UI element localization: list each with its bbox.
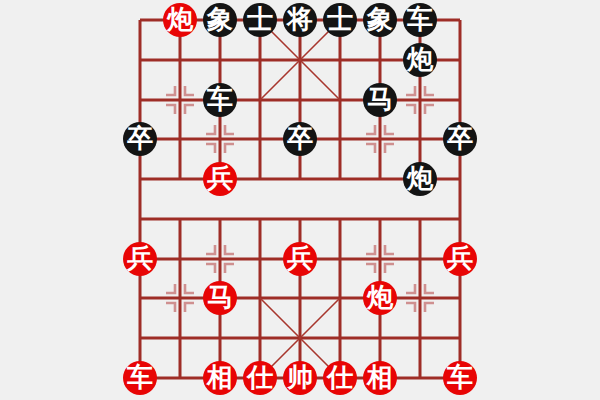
piece-red-soldier[interactable]: 兵 <box>123 242 157 276</box>
point-marker <box>206 125 215 134</box>
point-marker <box>225 144 234 153</box>
piece-black-general[interactable]: 将 <box>283 3 317 37</box>
piece-black-chariot[interactable]: 车 <box>203 83 237 117</box>
piece-red-cannon[interactable]: 炮 <box>363 281 397 315</box>
point-marker <box>206 144 215 153</box>
point-marker <box>166 86 175 95</box>
piece-black-soldier[interactable]: 卒 <box>443 122 477 156</box>
point-marker <box>185 105 194 114</box>
point-marker <box>166 105 175 114</box>
piece-red-soldier[interactable]: 兵 <box>203 162 237 196</box>
piece-black-advisor[interactable]: 士 <box>323 3 357 37</box>
point-marker <box>166 284 175 293</box>
board-grid <box>0 0 600 400</box>
piece-red-soldier[interactable]: 兵 <box>283 242 317 276</box>
point-marker <box>166 303 175 312</box>
piece-black-soldier[interactable]: 卒 <box>283 122 317 156</box>
xiangqi-board[interactable]: 炮象士将士象车炮车马卒卒卒兵炮兵兵兵马炮车相仕帅仕相车 <box>0 0 600 400</box>
point-marker <box>406 86 415 95</box>
piece-red-cannon[interactable]: 炮 <box>163 3 197 37</box>
piece-black-horse[interactable]: 马 <box>363 83 397 117</box>
piece-black-chariot[interactable]: 车 <box>403 3 437 37</box>
point-marker <box>366 264 375 273</box>
point-marker <box>406 303 415 312</box>
point-marker <box>385 245 394 254</box>
point-marker <box>425 86 434 95</box>
point-marker <box>185 284 194 293</box>
point-marker <box>425 105 434 114</box>
point-marker <box>406 105 415 114</box>
piece-black-soldier[interactable]: 卒 <box>123 122 157 156</box>
point-marker <box>206 264 215 273</box>
piece-red-chariot[interactable]: 车 <box>443 361 477 395</box>
piece-red-general[interactable]: 帅 <box>283 361 317 395</box>
point-marker <box>185 303 194 312</box>
piece-red-elephant[interactable]: 相 <box>203 361 237 395</box>
point-marker <box>425 284 434 293</box>
piece-red-soldier[interactable]: 兵 <box>443 242 477 276</box>
point-marker <box>206 245 215 254</box>
piece-black-cannon[interactable]: 炮 <box>403 43 437 77</box>
point-marker <box>185 86 194 95</box>
point-marker <box>366 125 375 134</box>
piece-black-cannon[interactable]: 炮 <box>403 162 437 196</box>
point-marker <box>385 125 394 134</box>
piece-red-advisor[interactable]: 仕 <box>323 361 357 395</box>
point-marker <box>366 144 375 153</box>
piece-red-chariot[interactable]: 车 <box>123 361 157 395</box>
point-marker <box>425 303 434 312</box>
point-marker <box>406 284 415 293</box>
point-marker <box>366 245 375 254</box>
piece-black-elephant[interactable]: 象 <box>363 3 397 37</box>
piece-red-advisor[interactable]: 仕 <box>243 361 277 395</box>
piece-black-advisor[interactable]: 士 <box>243 3 277 37</box>
point-marker <box>225 264 234 273</box>
piece-black-elephant[interactable]: 象 <box>203 3 237 37</box>
piece-red-elephant[interactable]: 相 <box>363 361 397 395</box>
point-marker <box>385 144 394 153</box>
point-marker <box>225 125 234 134</box>
piece-red-horse[interactable]: 马 <box>203 281 237 315</box>
point-marker <box>225 245 234 254</box>
point-marker <box>385 264 394 273</box>
